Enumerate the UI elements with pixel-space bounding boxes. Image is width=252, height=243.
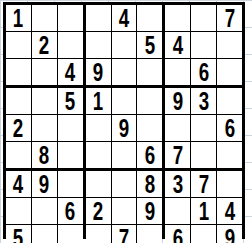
cell-r7c9[interactable]: [217, 171, 242, 197]
cell-r6c3[interactable]: [58, 142, 83, 168]
cell-r1c4[interactable]: [86, 5, 111, 31]
cell-value: 6: [173, 225, 183, 243]
cell-r6c1[interactable]: [6, 142, 31, 168]
cell-r6c7[interactable]: 7: [165, 142, 190, 168]
cell-value: 2: [39, 32, 49, 58]
cell-value: 9: [93, 59, 103, 85]
cell-r8c9[interactable]: 4: [217, 198, 242, 224]
cell-r9c5[interactable]: 7: [112, 225, 137, 243]
cell-value: 4: [119, 5, 129, 31]
sudoku-box-8: 8297: [86, 171, 163, 243]
cell-r4c5[interactable]: [112, 88, 137, 114]
cell-r4c6[interactable]: [137, 88, 162, 114]
cell-r8c5[interactable]: [112, 198, 137, 224]
cell-r2c9[interactable]: [217, 32, 242, 58]
cell-value: 7: [173, 142, 183, 168]
spreadsheet-background: 124459746528196936749658297371469: [0, 0, 252, 243]
cell-r9c8[interactable]: [191, 225, 216, 243]
cell-r3c2[interactable]: [32, 59, 57, 85]
cell-r2c4[interactable]: [86, 32, 111, 58]
cell-r4c2[interactable]: [32, 88, 57, 114]
cell-r8c8[interactable]: 1: [191, 198, 216, 224]
cell-r1c5[interactable]: 4: [112, 5, 137, 31]
sudoku-board: 124459746528196936749658297371469: [3, 2, 245, 239]
cell-value: 4: [224, 198, 234, 224]
cell-r8c1[interactable]: [6, 198, 31, 224]
cell-r6c2[interactable]: 8: [32, 142, 57, 168]
cell-r6c6[interactable]: 6: [137, 142, 162, 168]
cell-r7c7[interactable]: 3: [165, 171, 190, 197]
cell-r1c1[interactable]: 1: [6, 5, 31, 31]
cell-value: 1: [198, 198, 208, 224]
cell-value: 1: [13, 5, 23, 31]
cell-r3c1[interactable]: [6, 59, 31, 85]
cell-r3c5[interactable]: [112, 59, 137, 85]
cell-r5c9[interactable]: 6: [217, 115, 242, 141]
cell-value: 9: [224, 225, 234, 243]
cell-value: 4: [173, 32, 183, 58]
cell-r4c3[interactable]: 5: [58, 88, 83, 114]
cell-r1c3[interactable]: [58, 5, 83, 31]
cell-r5c3[interactable]: [58, 115, 83, 141]
cell-r2c6[interactable]: 5: [137, 32, 162, 58]
cell-value: 6: [198, 59, 208, 85]
cell-r1c2[interactable]: [32, 5, 57, 31]
cell-r3c3[interactable]: 4: [58, 59, 83, 85]
cell-value: 1: [93, 88, 103, 114]
cell-value: 7: [119, 225, 129, 243]
sudoku-box-4: 528: [6, 88, 83, 168]
cell-r9c9[interactable]: 9: [217, 225, 242, 243]
cell-r5c1[interactable]: 2: [6, 115, 31, 141]
cell-r9c2[interactable]: [32, 225, 57, 243]
cell-r4c4[interactable]: 1: [86, 88, 111, 114]
cell-r2c3[interactable]: [58, 32, 83, 58]
cell-value: 5: [65, 88, 75, 114]
cell-r4c7[interactable]: 9: [165, 88, 190, 114]
cell-r5c8[interactable]: [191, 115, 216, 141]
cell-r4c1[interactable]: [6, 88, 31, 114]
cell-r3c6[interactable]: [137, 59, 162, 85]
sudoku-box-9: 371469: [165, 171, 242, 243]
cell-r3c9[interactable]: [217, 59, 242, 85]
cell-r2c7[interactable]: 4: [165, 32, 190, 58]
cell-r3c4[interactable]: 9: [86, 59, 111, 85]
cell-value: 4: [65, 59, 75, 85]
cell-value: 5: [145, 32, 155, 58]
sudoku-box-7: 4965: [6, 171, 83, 243]
cell-r6c5[interactable]: [112, 142, 137, 168]
cell-value: 6: [65, 198, 75, 224]
cell-r1c6[interactable]: [137, 5, 162, 31]
cell-value: 7: [198, 171, 208, 197]
cell-r7c3[interactable]: [58, 171, 83, 197]
cell-r7c5[interactable]: [112, 171, 137, 197]
cell-r7c6[interactable]: 8: [137, 171, 162, 197]
cell-value: 3: [198, 88, 208, 114]
cell-value: 7: [224, 5, 234, 31]
cell-r5c5[interactable]: 9: [112, 115, 137, 141]
cell-r6c9[interactable]: [217, 142, 242, 168]
sudoku-box-2: 459: [86, 5, 163, 85]
cell-value: 2: [13, 115, 23, 141]
sudoku-box-6: 9367: [165, 88, 242, 168]
cell-r1c7[interactable]: [165, 5, 190, 31]
cell-r8c7[interactable]: [165, 198, 190, 224]
cell-r4c9[interactable]: [217, 88, 242, 114]
cell-r2c2[interactable]: 2: [32, 32, 57, 58]
cell-r8c4[interactable]: 2: [86, 198, 111, 224]
cell-value: 9: [39, 171, 49, 197]
cell-r4c8[interactable]: 3: [191, 88, 216, 114]
sudoku-box-3: 746: [165, 5, 242, 85]
cell-r8c2[interactable]: [32, 198, 57, 224]
sudoku-box-5: 196: [86, 88, 163, 168]
cell-r9c6[interactable]: [137, 225, 162, 243]
cell-r5c2[interactable]: [32, 115, 57, 141]
cell-r7c4[interactable]: [86, 171, 111, 197]
cell-value: 2: [93, 198, 103, 224]
cell-value: 6: [145, 142, 155, 168]
cell-r8c3[interactable]: 6: [58, 198, 83, 224]
cell-r2c8[interactable]: [191, 32, 216, 58]
cell-r9c7[interactable]: 6: [165, 225, 190, 243]
cell-r3c7[interactable]: [165, 59, 190, 85]
cell-r1c9[interactable]: 7: [217, 5, 242, 31]
cell-value: 9: [145, 198, 155, 224]
cell-r2c5[interactable]: [112, 32, 137, 58]
cell-value: 8: [145, 171, 155, 197]
cell-r9c1[interactable]: 5: [6, 225, 31, 243]
cell-value: 6: [224, 115, 234, 141]
cell-r9c3[interactable]: [58, 225, 83, 243]
cell-r5c4[interactable]: [86, 115, 111, 141]
cell-r2c1[interactable]: [6, 32, 31, 58]
cell-value: 5: [13, 225, 23, 243]
cell-r5c7[interactable]: [165, 115, 190, 141]
cell-r6c8[interactable]: [191, 142, 216, 168]
cell-r1c8[interactable]: [191, 5, 216, 31]
cell-r5c6[interactable]: [137, 115, 162, 141]
cell-r9c4[interactable]: [86, 225, 111, 243]
cell-value: 3: [173, 171, 183, 197]
cell-r7c8[interactable]: 7: [191, 171, 216, 197]
cell-value: 4: [13, 171, 23, 197]
cell-r8c6[interactable]: 9: [137, 198, 162, 224]
cell-r7c2[interactable]: 9: [32, 171, 57, 197]
cell-value: 8: [39, 142, 49, 168]
cell-r7c1[interactable]: 4: [6, 171, 31, 197]
cell-r3c8[interactable]: 6: [191, 59, 216, 85]
cell-value: 9: [119, 115, 129, 141]
cell-value: 9: [173, 88, 183, 114]
sudoku-box-1: 124: [6, 5, 83, 85]
cell-r6c4[interactable]: [86, 142, 111, 168]
